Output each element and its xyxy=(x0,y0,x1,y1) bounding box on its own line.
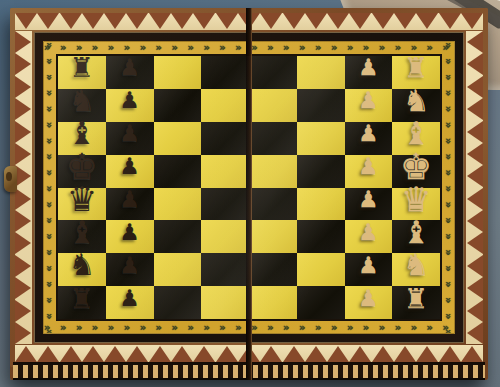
square-d6[interactable] xyxy=(154,188,202,221)
chevron-strip-left: » » » » » » » » » » » » » » » » » » » » … xyxy=(43,42,56,333)
square-g7[interactable]: ♟ xyxy=(106,89,154,122)
inlay-triangle xyxy=(15,210,31,232)
square-c7[interactable]: ♟ xyxy=(106,220,154,253)
square-b4[interactable] xyxy=(249,253,297,286)
inlay-triangle xyxy=(15,31,31,53)
square-c5[interactable] xyxy=(201,220,249,253)
inlay-triangle xyxy=(467,143,483,165)
inlay-triangle xyxy=(394,13,416,29)
black-pawn[interactable]: ♟ xyxy=(119,89,140,112)
black-pawn[interactable]: ♟ xyxy=(119,254,140,277)
white-queen[interactable]: ♛ xyxy=(401,182,431,216)
white-pawn[interactable]: ♟ xyxy=(358,122,379,145)
inlay-triangle xyxy=(171,13,193,29)
chevron-strip-top: » » » » » » » » » » » » » » » » » » » » … xyxy=(44,41,454,54)
square-h5[interactable] xyxy=(201,56,249,89)
square-b6[interactable] xyxy=(154,253,202,286)
white-pawn[interactable]: ♟ xyxy=(358,155,379,178)
square-g6[interactable] xyxy=(154,89,202,122)
inlay-triangle xyxy=(15,188,31,210)
inlay-triangle xyxy=(416,346,438,362)
square-g4[interactable] xyxy=(249,89,297,122)
square-b8[interactable]: ♞ xyxy=(58,253,106,286)
inlay-triangle xyxy=(467,76,483,98)
square-d3[interactable] xyxy=(297,188,345,221)
square-a1[interactable]: ♜ xyxy=(392,286,440,319)
square-d7[interactable]: ♟ xyxy=(106,188,154,221)
square-f2[interactable]: ♟ xyxy=(345,122,393,155)
square-c6[interactable] xyxy=(154,220,202,253)
board-edge-stripes xyxy=(13,362,485,380)
white-rook[interactable]: ♜ xyxy=(404,285,428,312)
inlay-triangle xyxy=(15,255,31,277)
inlay-triangle xyxy=(283,13,305,29)
square-g3[interactable] xyxy=(297,89,345,122)
inlay-triangle xyxy=(349,13,371,29)
black-pawn[interactable]: ♟ xyxy=(119,221,140,244)
square-g2[interactable]: ♟ xyxy=(345,89,393,122)
inlay-triangle xyxy=(216,346,238,362)
square-h2[interactable]: ♟ xyxy=(345,56,393,89)
triangle-inlay-border-left xyxy=(15,31,32,344)
inlay-triangle xyxy=(82,13,104,29)
white-pawn[interactable]: ♟ xyxy=(358,89,379,112)
triangle-inlay-border-right xyxy=(466,31,483,344)
square-f7[interactable]: ♟ xyxy=(106,122,154,155)
inlay-triangle xyxy=(467,322,483,344)
inlay-triangle xyxy=(37,346,59,362)
inlay-triangle xyxy=(15,143,31,165)
inlay-triangle xyxy=(193,346,215,362)
square-a3[interactable] xyxy=(297,286,345,319)
square-f5[interactable] xyxy=(201,122,249,155)
square-d5[interactable] xyxy=(201,188,249,221)
inlay-triangle xyxy=(15,76,31,98)
inlay-triangle xyxy=(82,346,104,362)
white-knight[interactable]: ♞ xyxy=(403,86,430,116)
inlay-triangle xyxy=(349,346,371,362)
inlay-triangle xyxy=(260,346,282,362)
square-a8[interactable]: ♜ xyxy=(58,286,106,319)
square-h6[interactable] xyxy=(154,56,202,89)
square-b5[interactable] xyxy=(201,253,249,286)
square-b7[interactable]: ♟ xyxy=(106,253,154,286)
inlay-triangle xyxy=(467,210,483,232)
black-pawn[interactable]: ♟ xyxy=(119,188,140,211)
inlay-triangle xyxy=(467,31,483,53)
black-knight[interactable]: ♞ xyxy=(68,250,95,280)
inlay-triangle xyxy=(416,13,438,29)
square-e6[interactable] xyxy=(154,155,202,188)
inlay-triangle xyxy=(467,277,483,299)
white-bishop[interactable]: ♝ xyxy=(402,217,430,248)
white-pawn[interactable]: ♟ xyxy=(358,254,379,277)
white-pawn[interactable]: ♟ xyxy=(358,221,379,244)
white-pawn[interactable]: ♟ xyxy=(358,188,379,211)
triangle-inlay-border-bottom xyxy=(15,345,483,362)
black-pawn[interactable]: ♟ xyxy=(119,155,140,178)
inlay-triangle xyxy=(15,232,31,254)
square-a7[interactable]: ♟ xyxy=(106,286,154,319)
square-h7[interactable]: ♟ xyxy=(106,56,154,89)
square-d2[interactable]: ♟ xyxy=(345,188,393,221)
inlay-triangle xyxy=(15,322,31,344)
square-b1[interactable]: ♞ xyxy=(392,253,440,286)
inlay-triangle xyxy=(467,165,483,187)
inlay-triangle xyxy=(193,13,215,29)
black-bishop[interactable]: ♝ xyxy=(68,217,96,248)
white-rook[interactable]: ♜ xyxy=(404,54,428,81)
square-f3[interactable] xyxy=(297,122,345,155)
brass-latch xyxy=(4,166,17,192)
inlay-triangle xyxy=(461,346,483,362)
square-a5[interactable] xyxy=(201,286,249,319)
square-g5[interactable] xyxy=(201,89,249,122)
square-c4[interactable] xyxy=(249,220,297,253)
inlay-triangle xyxy=(461,13,483,29)
inlay-triangle xyxy=(260,13,282,29)
inlay-triangle xyxy=(467,232,483,254)
triangle-inlay-border-top xyxy=(15,13,483,30)
inlay-triangle xyxy=(327,346,349,362)
inlay-triangle xyxy=(327,13,349,29)
black-pawn[interactable]: ♟ xyxy=(119,122,140,145)
inlay-triangle xyxy=(15,121,31,143)
inlay-triangle xyxy=(305,13,327,29)
inlay-triangle xyxy=(15,98,31,120)
inlay-triangle xyxy=(238,346,260,362)
inlay-triangle xyxy=(15,53,31,75)
inlay-triangle xyxy=(283,346,305,362)
square-c2[interactable]: ♟ xyxy=(345,220,393,253)
inlay-triangle xyxy=(149,13,171,29)
square-c3[interactable] xyxy=(297,220,345,253)
square-e2[interactable]: ♟ xyxy=(345,155,393,188)
inlay-triangle xyxy=(394,346,416,362)
inlay-triangle xyxy=(372,346,394,362)
inlay-triangle xyxy=(372,13,394,29)
inlay-triangle xyxy=(15,300,31,322)
inlay-triangle xyxy=(15,165,31,187)
inlay-triangle xyxy=(467,98,483,120)
black-rook[interactable]: ♜ xyxy=(70,54,94,81)
inlay-triangle xyxy=(60,13,82,29)
inlay-triangle xyxy=(467,300,483,322)
inlay-triangle xyxy=(439,13,461,29)
chevron-strip-bottom: » » » » » » » » » » » » » » » » » » » » … xyxy=(44,321,454,334)
board-grid: ♜♟♟♜♞♟♟♞♝♟♟♝♚♟♟♚♛♟♟♛♝♟♟♝♞♟♟♞♜♟♟♜ xyxy=(56,54,442,321)
inlay-triangle xyxy=(305,346,327,362)
inlay-triangle xyxy=(171,346,193,362)
inlay-triangle xyxy=(467,188,483,210)
inlay-triangle xyxy=(15,277,31,299)
black-pawn[interactable]: ♟ xyxy=(119,287,140,310)
inlay-triangle xyxy=(15,13,37,29)
inlay-triangle xyxy=(467,121,483,143)
square-f6[interactable] xyxy=(154,122,202,155)
square-h4[interactable] xyxy=(249,56,297,89)
square-f4[interactable] xyxy=(249,122,297,155)
inlay-triangle xyxy=(467,255,483,277)
white-knight[interactable]: ♞ xyxy=(403,250,430,280)
inlay-triangle xyxy=(37,13,59,29)
inlay-triangle xyxy=(238,13,260,29)
inlay-triangle xyxy=(149,346,171,362)
black-queen[interactable]: ♛ xyxy=(67,182,97,216)
inlay-triangle xyxy=(104,346,126,362)
square-e7[interactable]: ♟ xyxy=(106,155,154,188)
wood-frame: » » » » » » » » » » » » » » » » » » » » … xyxy=(10,8,488,367)
inlay-triangle xyxy=(126,13,148,29)
white-bishop[interactable]: ♝ xyxy=(402,118,430,149)
inlay-triangle xyxy=(439,346,461,362)
black-rook[interactable]: ♜ xyxy=(70,285,94,312)
inlay-triangle xyxy=(216,13,238,29)
square-a4[interactable] xyxy=(249,286,297,319)
inlay-triangle xyxy=(126,346,148,362)
black-bishop[interactable]: ♝ xyxy=(68,118,96,149)
square-b2[interactable]: ♟ xyxy=(345,253,393,286)
square-a6[interactable] xyxy=(154,286,202,319)
square-h3[interactable] xyxy=(297,56,345,89)
white-pawn[interactable]: ♟ xyxy=(358,287,379,310)
chevron-strip-right: » » » » » » » » » » » » » » » » » » » » … xyxy=(442,42,455,333)
square-e3[interactable] xyxy=(297,155,345,188)
inlay-triangle xyxy=(104,13,126,29)
inlay-triangle xyxy=(467,53,483,75)
square-d4[interactable] xyxy=(249,188,297,221)
black-pawn[interactable]: ♟ xyxy=(119,56,140,79)
inlay-triangle xyxy=(15,346,37,362)
black-knight[interactable]: ♞ xyxy=(68,86,95,116)
square-a2[interactable]: ♟ xyxy=(345,286,393,319)
chess-board: » » » » » » » » » » » » » » » » » » » » … xyxy=(10,8,488,380)
square-e4[interactable] xyxy=(249,155,297,188)
square-e5[interactable] xyxy=(201,155,249,188)
inlay-triangle xyxy=(60,346,82,362)
square-b3[interactable] xyxy=(297,253,345,286)
white-pawn[interactable]: ♟ xyxy=(358,56,379,79)
